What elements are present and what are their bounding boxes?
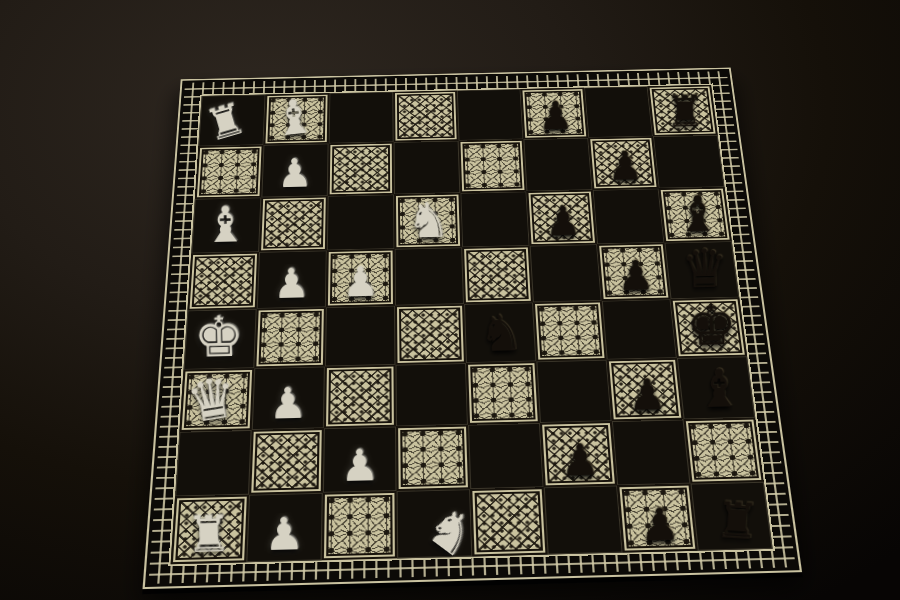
square-b7[interactable]: ♟ [588, 136, 658, 190]
white-knight-c4[interactable]: ♞ [406, 196, 450, 245]
square-d2[interactable]: ♟ [257, 250, 327, 308]
square-c2[interactable] [259, 196, 328, 252]
square-h3[interactable] [322, 491, 397, 560]
square-h6[interactable] [544, 485, 623, 554]
square-f8[interactable]: ♝ [677, 356, 755, 419]
square-a7[interactable] [584, 86, 653, 138]
square-a3[interactable] [329, 92, 394, 144]
photo-background: ♜♝♟♜♟♟♝♞♟♝♟♟♟♛♚♞♚♛♟♟♝♟♟♜♟♞♟♜ [0, 0, 900, 600]
black-bishop-f8[interactable]: ♝ [694, 362, 742, 415]
square-e7[interactable] [602, 299, 677, 360]
white-king-e1[interactable]: ♚ [193, 309, 245, 366]
square-d7[interactable]: ♟ [597, 243, 670, 301]
square-b4[interactable] [394, 141, 461, 195]
square-f6[interactable] [536, 360, 611, 423]
square-a1[interactable]: ♜ [198, 95, 265, 147]
board-grid: ♜♝♟♜♟♟♝♞♟♝♟♟♟♛♚♞♚♛♟♟♝♟♟♜♟♞♟♜ [168, 83, 775, 566]
square-h1[interactable]: ♜ [171, 495, 249, 565]
board-perspective-wrap: ♜♝♟♜♟♟♝♞♟♝♟♟♟♛♚♞♚♛♟♟♝♟♟♜♟♞♟♜ [143, 68, 803, 590]
square-c4[interactable]: ♞ [394, 193, 462, 249]
square-g8[interactable] [684, 418, 764, 484]
square-h7[interactable]: ♟ [617, 484, 698, 553]
square-c8[interactable]: ♝ [659, 187, 732, 243]
white-pawn-g3[interactable]: ♟ [339, 444, 379, 489]
square-e2[interactable] [254, 307, 326, 368]
square-f7[interactable]: ♟ [607, 358, 684, 421]
square-g2[interactable] [249, 428, 324, 494]
white-rook-a1[interactable]: ♜ [200, 96, 250, 148]
black-pawn-d7[interactable]: ♟ [617, 255, 655, 297]
square-c1[interactable]: ♝ [191, 197, 261, 253]
black-rook-h8[interactable]: ♜ [712, 494, 760, 547]
square-a4[interactable] [393, 90, 458, 142]
square-g5[interactable] [468, 423, 544, 489]
black-pawn-h7[interactable]: ♟ [639, 503, 680, 549]
square-d6[interactable] [530, 244, 602, 302]
square-g6[interactable]: ♟ [540, 421, 617, 487]
black-queen-d8[interactable]: ♛ [680, 242, 728, 296]
square-g3[interactable]: ♟ [323, 426, 397, 492]
square-b5[interactable] [459, 139, 527, 193]
square-b1[interactable] [195, 145, 264, 199]
square-d5[interactable] [462, 246, 533, 304]
square-f1[interactable]: ♛ [179, 368, 254, 432]
black-rook-a8[interactable]: ♜ [665, 89, 705, 133]
square-b3[interactable] [328, 142, 394, 196]
square-a8[interactable]: ♜ [648, 85, 718, 136]
black-king-e8[interactable]: ♚ [685, 297, 736, 354]
square-e4[interactable] [395, 304, 466, 365]
white-pawn-d2[interactable]: ♟ [272, 263, 310, 305]
chess-board: ♜♝♟♜♟♟♝♞♟♝♟♟♟♛♚♞♚♛♟♟♝♟♟♜♟♞♟♜ [143, 68, 803, 590]
black-pawn-f7[interactable]: ♟ [627, 374, 666, 418]
square-f2[interactable]: ♟ [252, 366, 325, 430]
square-g1[interactable] [175, 430, 252, 496]
square-c3[interactable] [327, 194, 395, 250]
square-c6[interactable]: ♟ [526, 190, 597, 246]
white-queen-f1[interactable]: ♛ [182, 369, 240, 432]
square-e1[interactable]: ♚ [184, 309, 257, 370]
square-c5[interactable] [460, 191, 529, 247]
square-g4[interactable] [396, 425, 470, 491]
square-f5[interactable] [466, 361, 540, 424]
square-d8[interactable]: ♛ [664, 241, 739, 299]
square-b6[interactable] [523, 138, 592, 192]
square-h4[interactable]: ♞ [397, 489, 473, 558]
square-e5[interactable]: ♞ [464, 302, 536, 363]
white-bishop-c1[interactable]: ♝ [202, 200, 247, 250]
square-c7[interactable] [593, 188, 665, 244]
white-pawn-b2[interactable]: ♟ [276, 154, 312, 194]
white-pawn-d3[interactable]: ♟ [341, 262, 379, 304]
square-e6[interactable] [533, 301, 607, 362]
black-pawn-a6[interactable]: ♟ [537, 97, 572, 136]
square-d3[interactable]: ♟ [326, 249, 395, 307]
black-bishop-c8[interactable]: ♝ [675, 189, 720, 239]
square-a5[interactable] [457, 89, 524, 141]
black-pawn-g6[interactable]: ♟ [560, 438, 600, 483]
white-bishop-a2[interactable]: ♝ [270, 92, 317, 143]
square-e3[interactable] [325, 306, 396, 367]
white-rook-h1[interactable]: ♜ [185, 508, 231, 559]
white-pawn-h2[interactable]: ♟ [263, 512, 304, 558]
black-knight-e5[interactable]: ♞ [477, 308, 523, 359]
black-pawn-b7[interactable]: ♟ [607, 147, 643, 187]
square-d1[interactable] [187, 252, 259, 310]
square-f4[interactable] [395, 363, 468, 426]
square-g7[interactable] [612, 419, 691, 485]
square-e8[interactable]: ♚ [671, 298, 748, 358]
white-pawn-f2[interactable]: ♟ [268, 382, 307, 426]
square-d4[interactable] [395, 247, 464, 305]
square-f3[interactable] [324, 365, 396, 428]
square-b8[interactable] [653, 135, 725, 189]
square-a2[interactable]: ♝ [264, 93, 330, 145]
square-h8[interactable]: ♜ [690, 482, 772, 551]
square-b2[interactable]: ♟ [261, 144, 328, 198]
black-pawn-c6[interactable]: ♟ [544, 201, 581, 242]
square-a6[interactable]: ♟ [521, 88, 589, 140]
square-h2[interactable]: ♟ [246, 493, 323, 562]
